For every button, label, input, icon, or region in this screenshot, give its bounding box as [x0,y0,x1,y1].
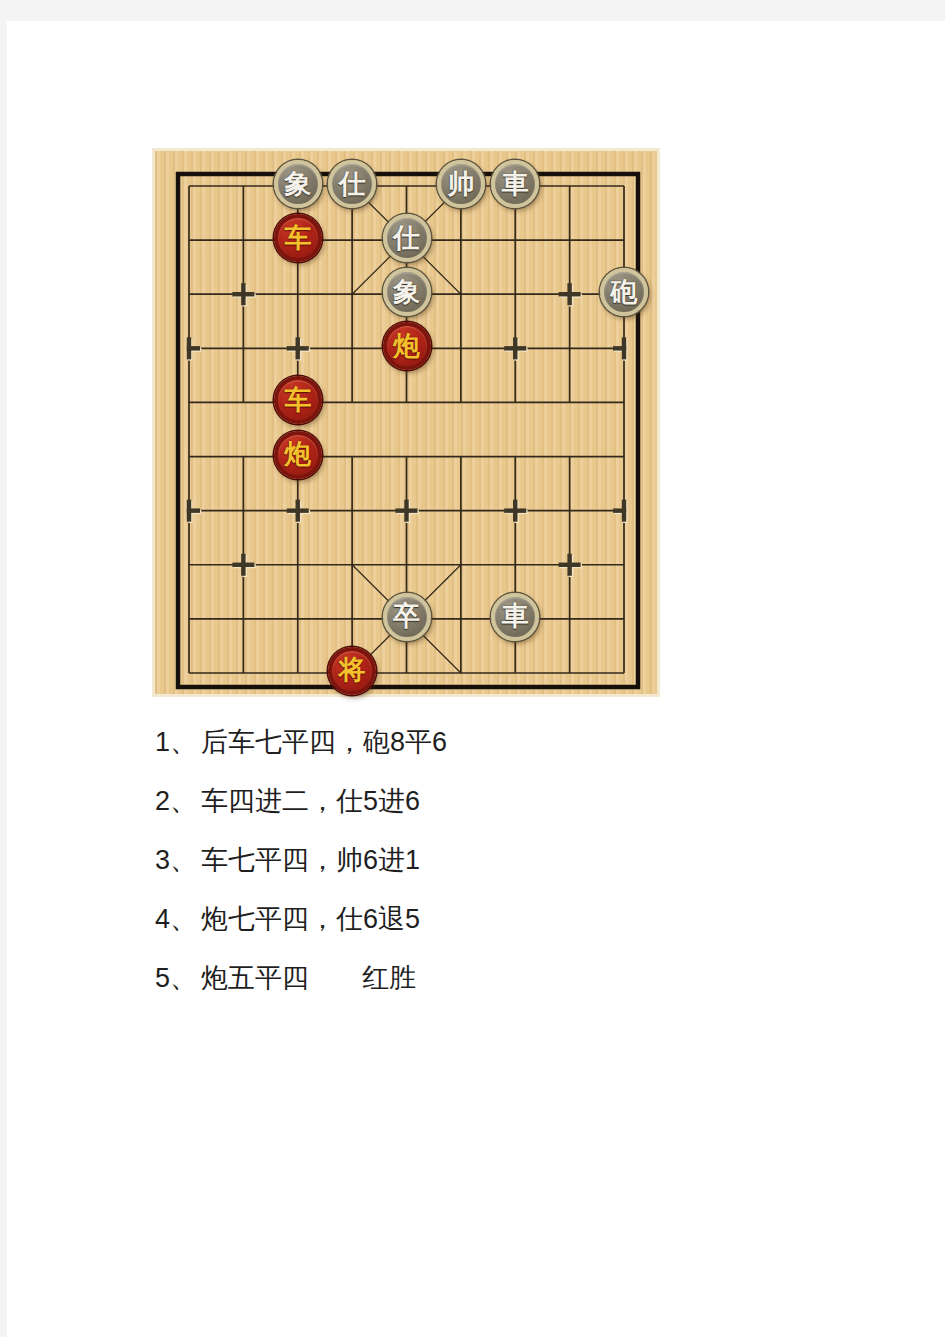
red-chariot-piece: 车 [274,214,322,262]
page-margin-top [0,0,945,21]
piece-character: 仕 [339,171,366,198]
document-page: 象仕帅車车仕象砲炮车炮卒車将 1、 后车七平四，砲8平6 2、 车四进二，仕5进… [0,0,945,1337]
piece-character: 象 [284,171,311,198]
piece-character: 車 [502,171,529,198]
move-text: 炮五平四 [201,960,309,996]
piece-character: 将 [339,657,366,684]
piece-character: 車 [502,603,529,630]
move-line-2: 2、 车四进二，仕5进6 [155,771,447,830]
piece-character: 砲 [611,279,638,306]
move-text: 车七平四，帅6进1 [201,842,420,878]
piece-character: 象 [393,279,420,306]
move-number: 3、 [155,842,201,878]
pieces-layer: 象仕帅車车仕象砲炮车炮卒車将 [155,151,657,694]
piece-character: 炮 [393,333,420,360]
move-text: 炮七平四，仕6退5 [201,901,420,937]
red-cannon-piece: 炮 [274,431,322,479]
gray-pawn-piece: 卒 [383,593,431,641]
move-line-3: 3、 车七平四，帅6进1 [155,830,447,889]
gray-chariot-piece: 車 [491,160,539,208]
page-margin-left [0,0,7,1337]
xiangqi-board: 象仕帅車车仕象砲炮车炮卒車将 [152,148,660,697]
move-line-4: 4、 炮七平四，仕6退5 [155,889,447,948]
red-chariot-piece: 车 [274,376,322,424]
gray-advisor-piece: 仕 [328,160,376,208]
move-text: 车四进二，仕5进6 [201,783,420,819]
move-number: 1、 [155,724,201,760]
move-number: 5、 [155,960,201,996]
game-result: 红胜 [362,960,416,996]
piece-character: 仕 [393,225,420,252]
gray-advisor-piece: 仕 [383,214,431,262]
gray-general-piece: 帅 [437,160,485,208]
gray-elephant-piece: 象 [274,160,322,208]
move-line-1: 1、 后车七平四，砲8平6 [155,712,447,771]
gray-chariot-piece: 車 [491,593,539,641]
piece-character: 炮 [284,441,311,468]
move-list: 1、 后车七平四，砲8平6 2、 车四进二，仕5进6 3、 车七平四，帅6进1 … [155,712,447,1007]
gray-elephant-piece: 象 [383,268,431,316]
red-cannon-piece: 炮 [383,322,431,370]
move-number: 4、 [155,901,201,937]
piece-character: 卒 [393,603,420,630]
move-line-5: 5、 炮五平四 红胜 [155,948,447,1007]
move-text: 后车七平四，砲8平6 [201,724,447,760]
red-general-piece: 将 [328,647,376,695]
gray-cannon-piece: 砲 [600,268,648,316]
piece-character: 车 [284,225,311,252]
move-number: 2、 [155,783,201,819]
piece-character: 车 [284,387,311,414]
piece-character: 帅 [447,171,474,198]
